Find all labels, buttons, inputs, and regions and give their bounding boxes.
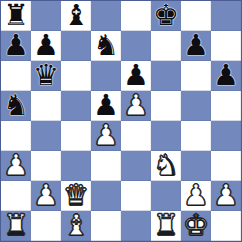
square-e5[interactable]: ♟ — [121, 91, 151, 121]
square-b5[interactable] — [31, 91, 61, 121]
square-a1[interactable]: ♜ — [1, 211, 31, 241]
piece-black-pawn[interactable]: ♟ — [183, 31, 209, 60]
piece-white-pawn[interactable]: ♟ — [33, 181, 59, 210]
square-c1[interactable]: ♝ — [61, 211, 91, 241]
square-g2[interactable]: ♟ — [181, 181, 211, 211]
square-e3[interactable] — [121, 151, 151, 181]
piece-white-pawn[interactable]: ♟ — [213, 181, 239, 210]
square-f2[interactable] — [151, 181, 181, 211]
square-g5[interactable] — [181, 91, 211, 121]
square-c2[interactable]: ♛ — [61, 181, 91, 211]
square-e8[interactable] — [121, 1, 151, 31]
square-a5[interactable]: ♞ — [1, 91, 31, 121]
square-g8[interactable] — [181, 1, 211, 31]
square-e1[interactable] — [121, 211, 151, 241]
square-f5[interactable] — [151, 91, 181, 121]
piece-black-knight[interactable]: ♞ — [93, 31, 119, 60]
square-g1[interactable]: ♚ — [181, 211, 211, 241]
piece-black-king[interactable]: ♚ — [153, 1, 179, 30]
square-h3[interactable] — [211, 151, 241, 181]
square-c8[interactable]: ♝ — [61, 1, 91, 31]
square-d4[interactable]: ♟ — [91, 121, 121, 151]
square-h1[interactable] — [211, 211, 241, 241]
square-f1[interactable]: ♜ — [151, 211, 181, 241]
piece-black-pawn[interactable]: ♟ — [33, 31, 59, 60]
square-f8[interactable]: ♚ — [151, 1, 181, 31]
square-c5[interactable] — [61, 91, 91, 121]
square-d3[interactable] — [91, 151, 121, 181]
piece-white-pawn[interactable]: ♟ — [3, 151, 29, 180]
square-g7[interactable]: ♟ — [181, 31, 211, 61]
square-a8[interactable]: ♜ — [1, 1, 31, 31]
square-c7[interactable] — [61, 31, 91, 61]
square-b6[interactable]: ♛ — [31, 61, 61, 91]
square-b1[interactable] — [31, 211, 61, 241]
square-c3[interactable] — [61, 151, 91, 181]
piece-white-knight[interactable]: ♞ — [153, 151, 179, 180]
square-d2[interactable] — [91, 181, 121, 211]
square-e6[interactable]: ♟ — [121, 61, 151, 91]
square-f6[interactable] — [151, 61, 181, 91]
piece-black-pawn[interactable]: ♟ — [3, 31, 29, 60]
piece-black-queen[interactable]: ♛ — [33, 61, 59, 90]
square-a4[interactable] — [1, 121, 31, 151]
square-a6[interactable] — [1, 61, 31, 91]
piece-black-rook[interactable]: ♜ — [3, 1, 29, 30]
piece-black-knight[interactable]: ♞ — [3, 91, 29, 120]
square-h6[interactable]: ♟ — [211, 61, 241, 91]
piece-white-rook[interactable]: ♜ — [153, 211, 179, 240]
square-c6[interactable] — [61, 61, 91, 91]
square-d8[interactable] — [91, 1, 121, 31]
square-a7[interactable]: ♟ — [1, 31, 31, 61]
piece-white-king[interactable]: ♚ — [183, 211, 209, 240]
square-b4[interactable] — [31, 121, 61, 151]
square-f3[interactable]: ♞ — [151, 151, 181, 181]
piece-white-pawn[interactable]: ♟ — [123, 91, 149, 120]
square-d7[interactable]: ♞ — [91, 31, 121, 61]
piece-black-pawn[interactable]: ♟ — [213, 61, 239, 90]
square-b2[interactable]: ♟ — [31, 181, 61, 211]
square-h2[interactable]: ♟ — [211, 181, 241, 211]
square-a3[interactable]: ♟ — [1, 151, 31, 181]
square-d1[interactable] — [91, 211, 121, 241]
square-h7[interactable] — [211, 31, 241, 61]
square-c4[interactable] — [61, 121, 91, 151]
square-e4[interactable] — [121, 121, 151, 151]
square-b7[interactable]: ♟ — [31, 31, 61, 61]
square-e7[interactable] — [121, 31, 151, 61]
piece-white-rook[interactable]: ♜ — [3, 211, 29, 240]
square-a2[interactable] — [1, 181, 31, 211]
piece-black-pawn[interactable]: ♟ — [123, 61, 149, 90]
square-h5[interactable] — [211, 91, 241, 121]
piece-black-bishop[interactable]: ♝ — [63, 1, 89, 30]
square-h4[interactable] — [211, 121, 241, 151]
square-g6[interactable] — [181, 61, 211, 91]
square-d5[interactable]: ♟ — [91, 91, 121, 121]
square-g4[interactable] — [181, 121, 211, 151]
square-d6[interactable] — [91, 61, 121, 91]
square-b8[interactable] — [31, 1, 61, 31]
piece-black-pawn[interactable]: ♟ — [93, 91, 119, 120]
piece-white-queen[interactable]: ♛ — [63, 181, 89, 210]
square-b3[interactable] — [31, 151, 61, 181]
square-h8[interactable] — [211, 1, 241, 31]
square-g3[interactable] — [181, 151, 211, 181]
square-e2[interactable] — [121, 181, 151, 211]
piece-white-pawn[interactable]: ♟ — [183, 181, 209, 210]
square-f7[interactable] — [151, 31, 181, 61]
chess-board: ♜♝♚♟♟♞♟♛♟♟♞♟♟♟♟♞♟♛♟♟♜♝♜♚ — [0, 0, 242, 242]
piece-white-bishop[interactable]: ♝ — [63, 211, 89, 240]
square-f4[interactable] — [151, 121, 181, 151]
piece-white-pawn[interactable]: ♟ — [93, 121, 119, 150]
